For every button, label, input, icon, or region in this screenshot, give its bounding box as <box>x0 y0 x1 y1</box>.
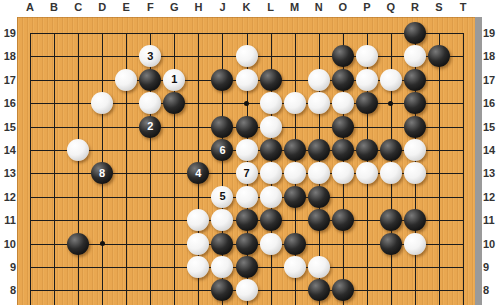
row-label-right-11: 11 <box>483 214 499 226</box>
black-stone-Q10[interactable] <box>380 233 402 255</box>
black-stone-O11[interactable] <box>332 209 354 231</box>
white-stone-E17[interactable] <box>115 69 137 91</box>
white-stone-N17[interactable] <box>308 69 330 91</box>
black-stone-O15[interactable] <box>332 116 354 138</box>
star-point-Q16 <box>388 101 393 106</box>
white-stone-L15[interactable] <box>260 116 282 138</box>
black-stone-H13[interactable]: 4 <box>187 162 209 184</box>
move-number-8: 8 <box>99 168 105 179</box>
white-stone-K14[interactable] <box>236 139 258 161</box>
vertical-scrollbar[interactable] <box>475 17 482 305</box>
column-label-T: T <box>460 1 467 13</box>
black-stone-N8[interactable] <box>308 279 330 301</box>
row-label-right-10: 10 <box>483 238 499 250</box>
white-stone-L13[interactable] <box>260 162 282 184</box>
move-number-4: 4 <box>195 168 201 179</box>
column-label-F: F <box>147 1 154 13</box>
grid-vline-S <box>439 33 440 305</box>
white-stone-Q13[interactable] <box>380 162 402 184</box>
white-stone-R13[interactable] <box>404 162 426 184</box>
black-stone-P16[interactable] <box>356 92 378 114</box>
black-stone-J17[interactable] <box>211 69 233 91</box>
column-label-B: B <box>50 1 58 13</box>
black-stone-N12[interactable] <box>308 186 330 208</box>
row-label-left-16: 16 <box>0 97 16 109</box>
black-stone-L14[interactable] <box>260 139 282 161</box>
black-stone-K10[interactable] <box>236 233 258 255</box>
white-stone-P17[interactable] <box>356 69 378 91</box>
column-label-L: L <box>267 1 274 13</box>
row-label-left-13: 13 <box>0 167 16 179</box>
black-stone-D13[interactable]: 8 <box>91 162 113 184</box>
row-label-right-19: 19 <box>483 27 499 39</box>
column-label-K: K <box>243 1 251 13</box>
black-stone-M12[interactable] <box>284 186 306 208</box>
black-stone-J15[interactable] <box>211 116 233 138</box>
grid-hline-19 <box>30 33 464 34</box>
move-number-1: 1 <box>171 74 177 85</box>
black-stone-N14[interactable] <box>308 139 330 161</box>
black-stone-Q11[interactable] <box>380 209 402 231</box>
row-label-right-12: 12 <box>483 191 499 203</box>
white-stone-K13[interactable]: 7 <box>236 162 258 184</box>
white-stone-O13[interactable] <box>332 162 354 184</box>
column-label-S: S <box>435 1 442 13</box>
white-stone-H9[interactable] <box>187 256 209 278</box>
row-label-right-17: 17 <box>483 74 499 86</box>
go-board-viewer: 31268475 ABCDEFGHJKLMNOPQRST191918181717… <box>0 0 500 305</box>
column-label-D: D <box>98 1 106 13</box>
black-stone-R11[interactable] <box>404 209 426 231</box>
move-number-5: 5 <box>219 191 225 202</box>
black-stone-L17[interactable] <box>260 69 282 91</box>
black-stone-R16[interactable] <box>404 92 426 114</box>
white-stone-H10[interactable] <box>187 233 209 255</box>
white-stone-M13[interactable] <box>284 162 306 184</box>
move-number-7: 7 <box>243 168 249 179</box>
white-stone-R18[interactable] <box>404 45 426 67</box>
black-stone-K9[interactable] <box>236 256 258 278</box>
grid-vline-C <box>78 33 79 305</box>
black-stone-F17[interactable] <box>139 69 161 91</box>
black-stone-M10[interactable] <box>284 233 306 255</box>
column-label-N: N <box>315 1 323 13</box>
column-label-O: O <box>338 1 347 13</box>
row-label-right-8: 8 <box>483 284 499 296</box>
black-stone-J10[interactable] <box>211 233 233 255</box>
white-stone-N16[interactable] <box>308 92 330 114</box>
black-stone-R19[interactable] <box>404 22 426 44</box>
white-stone-K17[interactable] <box>236 69 258 91</box>
black-stone-K15[interactable] <box>236 116 258 138</box>
column-label-A: A <box>26 1 34 13</box>
white-stone-J9[interactable] <box>211 256 233 278</box>
white-stone-D16[interactable] <box>91 92 113 114</box>
white-stone-L10[interactable] <box>260 233 282 255</box>
row-label-left-18: 18 <box>0 50 16 62</box>
row-label-right-18: 18 <box>483 50 499 62</box>
black-stone-P14[interactable] <box>356 139 378 161</box>
white-stone-M16[interactable] <box>284 92 306 114</box>
grid-vline-A <box>30 33 31 305</box>
row-label-left-10: 10 <box>0 238 16 250</box>
black-stone-S18[interactable] <box>428 45 450 67</box>
row-label-right-16: 16 <box>483 97 499 109</box>
grid-vline-B <box>54 33 55 305</box>
column-label-R: R <box>411 1 419 13</box>
move-number-2: 2 <box>147 121 153 132</box>
row-label-right-14: 14 <box>483 144 499 156</box>
column-label-E: E <box>123 1 130 13</box>
black-stone-O8[interactable] <box>332 279 354 301</box>
white-stone-P18[interactable] <box>356 45 378 67</box>
grid-vline-T <box>463 33 464 305</box>
black-stone-O17[interactable] <box>332 69 354 91</box>
white-stone-O16[interactable] <box>332 92 354 114</box>
white-stone-K8[interactable] <box>236 279 258 301</box>
white-stone-H11[interactable] <box>187 209 209 231</box>
white-stone-F18[interactable]: 3 <box>139 45 161 67</box>
column-label-G: G <box>170 1 179 13</box>
white-stone-K18[interactable] <box>236 45 258 67</box>
black-stone-J14[interactable]: 6 <box>211 139 233 161</box>
white-stone-K12[interactable] <box>236 186 258 208</box>
star-point-D10 <box>100 241 105 246</box>
row-label-left-8: 8 <box>0 284 16 296</box>
column-label-Q: Q <box>387 1 396 13</box>
move-number-6: 6 <box>219 145 225 156</box>
black-stone-O18[interactable] <box>332 45 354 67</box>
white-stone-J12[interactable]: 5 <box>211 186 233 208</box>
black-stone-L11[interactable] <box>260 209 282 231</box>
row-label-left-17: 17 <box>0 74 16 86</box>
column-label-C: C <box>74 1 82 13</box>
white-stone-Q17[interactable] <box>380 69 402 91</box>
row-label-right-9: 9 <box>483 261 499 273</box>
move-number-3: 3 <box>147 51 153 62</box>
black-stone-R15[interactable] <box>404 116 426 138</box>
white-stone-R14[interactable] <box>404 139 426 161</box>
row-label-left-19: 19 <box>0 27 16 39</box>
white-stone-P13[interactable] <box>356 162 378 184</box>
white-stone-N13[interactable] <box>308 162 330 184</box>
row-label-left-11: 11 <box>0 214 16 226</box>
black-stone-C10[interactable] <box>67 233 89 255</box>
column-label-H: H <box>194 1 202 13</box>
black-stone-M14[interactable] <box>284 139 306 161</box>
white-stone-R10[interactable] <box>404 233 426 255</box>
black-stone-G16[interactable] <box>163 92 185 114</box>
row-label-left-9: 9 <box>0 261 16 273</box>
white-stone-F16[interactable] <box>139 92 161 114</box>
white-stone-L12[interactable] <box>260 186 282 208</box>
black-stone-F15[interactable]: 2 <box>139 116 161 138</box>
black-stone-O14[interactable] <box>332 139 354 161</box>
star-point-K16 <box>244 101 249 106</box>
black-stone-K11[interactable] <box>236 209 258 231</box>
white-stone-J11[interactable] <box>211 209 233 231</box>
column-label-P: P <box>363 1 370 13</box>
white-stone-C14[interactable] <box>67 139 89 161</box>
white-stone-G17[interactable]: 1 <box>163 69 185 91</box>
column-label-J: J <box>219 1 225 13</box>
row-label-left-14: 14 <box>0 144 16 156</box>
row-label-right-15: 15 <box>483 121 499 133</box>
row-label-left-12: 12 <box>0 191 16 203</box>
row-label-left-15: 15 <box>0 121 16 133</box>
column-label-M: M <box>290 1 299 13</box>
white-stone-N9[interactable] <box>308 256 330 278</box>
black-stone-N11[interactable] <box>308 209 330 231</box>
black-stone-R17[interactable] <box>404 69 426 91</box>
go-board[interactable]: 31268475 <box>17 17 475 305</box>
black-stone-J8[interactable] <box>211 279 233 301</box>
white-stone-L16[interactable] <box>260 92 282 114</box>
row-label-right-13: 13 <box>483 167 499 179</box>
black-stone-Q14[interactable] <box>380 139 402 161</box>
white-stone-M9[interactable] <box>284 256 306 278</box>
